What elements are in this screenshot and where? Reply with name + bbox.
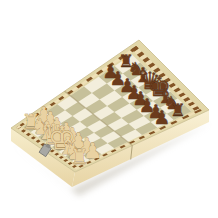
chess-piece-black-p: ♟ xyxy=(154,107,171,128)
chess-set-product-photo: ♜♞♟♝♟♛♟♚♟♝♟♞♟♜♟♟♟♟♜♟♞♟♝♟♛♟♚♟♝♟♞♜ xyxy=(0,0,218,218)
chess-piece-white-r: ♜ xyxy=(70,145,89,169)
chess-board: ♜♞♟♝♟♛♟♚♟♝♟♞♟♜♟♟♟♟♜♟♞♟♝♟♛♟♚♟♝♟♞♜ xyxy=(0,0,218,218)
chess-piece-black-r: ♜ xyxy=(170,100,186,120)
